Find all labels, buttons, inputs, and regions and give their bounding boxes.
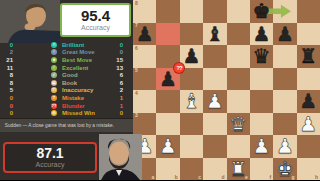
white-accuracy-label: Accuracy	[62, 24, 129, 32]
classification-label: Mistake	[62, 95, 109, 101]
piece-black-pawn-g7[interactable]: ♟	[273, 23, 296, 46]
classification-row-blunder: 0??Blunder1	[0, 102, 133, 110]
white-count: 0	[0, 42, 13, 48]
black-count: 15	[109, 57, 123, 63]
player-photo-magnus-carlsen	[0, 0, 60, 43]
classification-row-best-move: 21★Best Move15	[0, 56, 133, 64]
piece-white-queen-e3[interactable]: ♛	[227, 113, 250, 136]
classification-row-great-move: 2!Great Move0	[0, 49, 133, 57]
black-count: 13	[109, 65, 123, 71]
white-count: 2	[0, 49, 13, 55]
piece-black-king-f8[interactable]: ♚	[250, 0, 273, 23]
classification-label: Best Move	[62, 57, 109, 63]
black-accuracy-label: Accuracy	[5, 161, 95, 169]
classification-row-book: 8▤Book6	[0, 79, 133, 87]
piece-black-queen-f6[interactable]: ♛	[250, 45, 273, 68]
white-count: 5	[0, 87, 13, 93]
white-count: 8	[0, 80, 13, 86]
great-move-icon: !	[51, 49, 57, 55]
piece-white-bishop-c4[interactable]: ♝	[180, 90, 203, 113]
move-classification-list: 0!!Brilliant02!Great Move021★Best Move15…	[0, 41, 133, 117]
black-accuracy-box: 87.1 Accuracy	[3, 142, 97, 173]
piece-black-bishop-d7[interactable]: ♝	[203, 23, 226, 46]
classification-row-mistake: 0?Mistake1	[0, 94, 133, 102]
book-icon: ▤	[51, 80, 57, 86]
chess-board[interactable]: 87654321abcdefgh ♚♟♝♟♟♟♛♜♟♝♟♟♛♟♟♟♟♟♜♚ ??	[133, 0, 320, 180]
board-pieces[interactable]: ♚♟♝♟♟♟♛♜♟♝♟♟♛♟♟♟♟♟♜♚	[133, 0, 320, 180]
piece-black-pawn-a7[interactable]: ♟	[133, 23, 156, 46]
white-count: 0	[0, 95, 13, 101]
piece-white-rook-e1[interactable]: ♜	[227, 158, 250, 181]
analysis-panel: 95.4 Accuracy 0!!Brilliant02!Great Move0…	[0, 0, 133, 180]
black-count: 0	[109, 49, 123, 55]
classification-row-good: 8✓Good6	[0, 71, 133, 79]
white-count: 0	[0, 110, 13, 116]
mistake-icon: ?	[51, 95, 57, 101]
classification-row-excellent: 11!Excellent13	[0, 64, 133, 72]
white-count: 8	[0, 72, 13, 78]
piece-white-pawn-h3[interactable]: ♟	[297, 113, 320, 136]
black-count: 6	[109, 72, 123, 78]
game-summary-text: Sudden — A close game that was lost by a…	[0, 123, 114, 128]
brilliant-icon: !!	[51, 42, 57, 48]
white-count: 21	[0, 57, 13, 63]
classification-row-inaccuracy: 5?!Inaccuracy2	[0, 87, 133, 95]
classification-row-missed-win: 0◎Missed Win0	[0, 109, 133, 117]
piece-black-pawn-f7[interactable]: ♟	[250, 23, 273, 46]
black-count: 0	[109, 42, 123, 48]
classification-label: Inaccuracy	[62, 87, 109, 93]
black-count: 1	[109, 103, 123, 109]
white-count: 11	[0, 65, 13, 71]
white-count: 0	[0, 103, 13, 109]
black-accuracy-value: 87.1	[5, 146, 95, 161]
excellent-icon: !	[51, 65, 57, 71]
game-review-thumbnail: 87654321abcdefgh ♚♟♝♟♟♟♛♜♟♝♟♟♛♟♟♟♟♟♜♚ ??…	[0, 0, 320, 180]
classification-label: Book	[62, 80, 109, 86]
missed-win-icon: ◎	[51, 110, 57, 116]
inaccuracy-icon: ?!	[51, 87, 57, 93]
piece-white-pawn-b2[interactable]: ♟	[156, 135, 179, 158]
game-summary-bar: Sudden — A close game that was lost by a…	[0, 118, 133, 132]
black-count: 6	[109, 80, 123, 86]
black-count: 2	[109, 87, 123, 93]
piece-white-pawn-f2[interactable]: ♟	[250, 135, 273, 158]
classification-label: Brilliant	[62, 42, 109, 48]
piece-black-rook-h6[interactable]: ♜	[297, 45, 320, 68]
classification-row-brilliant: 0!!Brilliant0	[0, 41, 133, 49]
black-count: 0	[109, 110, 123, 116]
piece-white-pawn-g2[interactable]: ♟	[273, 135, 296, 158]
piece-white-king-g1[interactable]: ♚	[273, 158, 296, 181]
piece-black-pawn-h4[interactable]: ♟	[297, 90, 320, 113]
classification-label: Great Move	[62, 49, 109, 55]
white-accuracy-value: 95.4	[62, 7, 129, 24]
white-accuracy-box: 95.4 Accuracy	[60, 3, 131, 37]
blunder-icon: ??	[51, 103, 57, 109]
classification-label: Blunder	[62, 103, 109, 109]
good-icon: ✓	[51, 72, 57, 78]
best-move-icon: ★	[51, 57, 57, 63]
classification-label: Missed Win	[62, 110, 109, 116]
black-count: 1	[109, 95, 123, 101]
classification-label: Good	[62, 72, 109, 78]
classification-label: Excellent	[62, 65, 109, 71]
player-photo-ian-nepomniachtchi	[99, 134, 142, 180]
piece-white-pawn-d4[interactable]: ♟	[203, 90, 226, 113]
